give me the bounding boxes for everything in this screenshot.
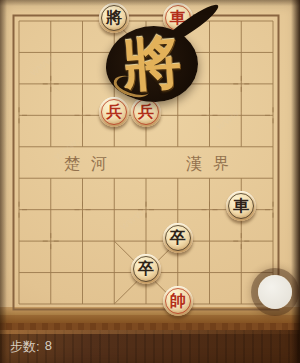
piece-character: 帥 — [163, 286, 193, 316]
bottom-status-bar: 步数: 8 — [0, 330, 300, 363]
piece-black-chariot[interactable]: 車 — [226, 191, 256, 221]
step-counter: 步数: 8 — [10, 338, 52, 356]
step-counter-value: 8 — [45, 338, 52, 356]
step-counter-label: 步数: — [10, 338, 40, 356]
piece-black-soldier-2[interactable]: 卒 — [131, 254, 161, 284]
piece-black-soldier-1[interactable]: 卒 — [163, 223, 193, 253]
piece-character: 卒 — [131, 254, 161, 284]
check-stamp-character: 將 — [103, 23, 200, 105]
check-stamp: 將 — [106, 26, 198, 102]
piece-character: 卒 — [163, 223, 193, 253]
floating-touch-button[interactable] — [258, 275, 292, 309]
piece-character: 車 — [226, 191, 256, 221]
game-screen: 楚河 漢界 www. www. www. www. www. 將車兵兵車卒卒帥 … — [0, 0, 300, 363]
piece-red-general[interactable]: 帥 — [163, 286, 193, 316]
